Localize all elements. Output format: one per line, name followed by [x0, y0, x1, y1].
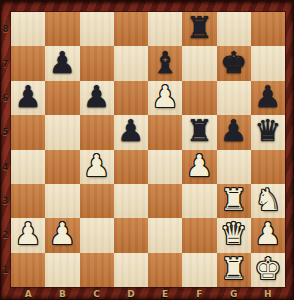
piece-black-pawn[interactable]: ♟	[15, 82, 42, 112]
square-a1[interactable]	[11, 253, 45, 287]
file-label-h: H	[251, 287, 285, 300]
square-f1[interactable]	[182, 253, 216, 287]
square-g8[interactable]	[217, 12, 251, 46]
file-label-d: D	[114, 287, 148, 300]
piece-black-pawn[interactable]: ♟	[83, 82, 110, 112]
square-b3[interactable]	[45, 184, 79, 218]
file-label-e: E	[148, 287, 182, 300]
square-g7[interactable]: ♚	[217, 46, 251, 80]
square-f6[interactable]	[182, 81, 216, 115]
square-e4[interactable]	[148, 150, 182, 184]
piece-white-pawn[interactable]: ♟	[186, 151, 213, 181]
square-d3[interactable]	[114, 184, 148, 218]
square-e3[interactable]	[148, 184, 182, 218]
square-d6[interactable]	[114, 81, 148, 115]
square-f4[interactable]: ♟	[182, 150, 216, 184]
board-grid: ♜♟♝♚♟♟♟♟♟♜♟♛♟♟♜♞♟♟♛♟♜♚	[11, 12, 285, 287]
square-e7[interactable]: ♝	[148, 46, 182, 80]
piece-white-knight[interactable]: ♞	[254, 185, 281, 215]
square-c1[interactable]	[80, 253, 114, 287]
square-d8[interactable]	[114, 12, 148, 46]
square-c5[interactable]	[80, 115, 114, 149]
square-g1[interactable]: ♜	[217, 253, 251, 287]
square-g6[interactable]	[217, 81, 251, 115]
file-label-a: A	[11, 287, 45, 300]
square-c6[interactable]: ♟	[80, 81, 114, 115]
file-labels: ABCDEFGH	[11, 287, 285, 300]
square-f2[interactable]	[182, 218, 216, 252]
square-a8[interactable]	[11, 12, 45, 46]
piece-black-pawn[interactable]: ♟	[254, 82, 281, 112]
square-c3[interactable]	[80, 184, 114, 218]
square-e5[interactable]	[148, 115, 182, 149]
file-label-c: C	[80, 287, 114, 300]
square-a6[interactable]: ♟	[11, 81, 45, 115]
piece-white-rook[interactable]: ♜	[220, 254, 247, 284]
piece-black-pawn[interactable]: ♟	[49, 48, 76, 78]
square-a5[interactable]	[11, 115, 45, 149]
square-a4[interactable]	[11, 150, 45, 184]
square-d4[interactable]	[114, 150, 148, 184]
rank-label-1: 1	[0, 253, 11, 287]
square-b4[interactable]	[45, 150, 79, 184]
piece-black-king[interactable]: ♚	[220, 48, 247, 78]
square-e8[interactable]	[148, 12, 182, 46]
piece-white-pawn[interactable]: ♟	[49, 219, 76, 249]
piece-white-pawn[interactable]: ♟	[254, 219, 281, 249]
square-c4[interactable]: ♟	[80, 150, 114, 184]
file-label-b: B	[45, 287, 79, 300]
piece-black-bishop[interactable]: ♝	[152, 48, 179, 78]
square-h2[interactable]: ♟	[251, 218, 285, 252]
square-b2[interactable]: ♟	[45, 218, 79, 252]
square-b8[interactable]	[45, 12, 79, 46]
square-h1[interactable]: ♚	[251, 253, 285, 287]
square-b1[interactable]	[45, 253, 79, 287]
piece-black-pawn[interactable]: ♟	[220, 116, 247, 146]
square-h5[interactable]: ♛	[251, 115, 285, 149]
square-e1[interactable]	[148, 253, 182, 287]
rank-label-5: 5	[0, 115, 11, 149]
square-h7[interactable]	[251, 46, 285, 80]
square-g3[interactable]: ♜	[217, 184, 251, 218]
square-a2[interactable]: ♟	[11, 218, 45, 252]
square-g2[interactable]: ♛	[217, 218, 251, 252]
square-b6[interactable]	[45, 81, 79, 115]
square-f3[interactable]	[182, 184, 216, 218]
square-c2[interactable]	[80, 218, 114, 252]
chess-diagram: 87654321 ♜♟♝♚♟♟♟♟♟♜♟♛♟♟♜♞♟♟♛♟♜♚ ABCDEFGH	[0, 0, 294, 300]
square-a3[interactable]	[11, 184, 45, 218]
square-h4[interactable]	[251, 150, 285, 184]
square-d5[interactable]: ♟	[114, 115, 148, 149]
piece-white-pawn[interactable]: ♟	[152, 82, 179, 112]
piece-black-rook[interactable]: ♜	[186, 13, 213, 43]
square-b5[interactable]	[45, 115, 79, 149]
square-f5[interactable]: ♜	[182, 115, 216, 149]
piece-white-rook[interactable]: ♜	[220, 185, 247, 215]
piece-white-pawn[interactable]: ♟	[83, 151, 110, 181]
square-c8[interactable]	[80, 12, 114, 46]
square-h3[interactable]: ♞	[251, 184, 285, 218]
square-h8[interactable]	[251, 12, 285, 46]
square-h6[interactable]: ♟	[251, 81, 285, 115]
square-c7[interactable]	[80, 46, 114, 80]
rank-label-7: 7	[0, 46, 11, 80]
square-f7[interactable]	[182, 46, 216, 80]
piece-white-queen[interactable]: ♛	[220, 219, 247, 249]
square-g4[interactable]	[217, 150, 251, 184]
piece-black-queen[interactable]: ♛	[254, 116, 281, 146]
piece-black-rook[interactable]: ♜	[186, 116, 213, 146]
rank-label-2: 2	[0, 218, 11, 252]
rank-label-3: 3	[0, 184, 11, 218]
rank-label-4: 4	[0, 150, 11, 184]
piece-black-pawn[interactable]: ♟	[117, 116, 144, 146]
piece-white-king[interactable]: ♚	[254, 254, 281, 284]
square-e6[interactable]: ♟	[148, 81, 182, 115]
square-d1[interactable]	[114, 253, 148, 287]
rank-label-6: 6	[0, 81, 11, 115]
square-b7[interactable]: ♟	[45, 46, 79, 80]
piece-white-pawn[interactable]: ♟	[15, 219, 42, 249]
square-a7[interactable]	[11, 46, 45, 80]
file-label-g: G	[217, 287, 251, 300]
square-f8[interactable]: ♜	[182, 12, 216, 46]
square-e2[interactable]	[148, 218, 182, 252]
file-label-f: F	[182, 287, 216, 300]
rank-label-8: 8	[0, 12, 11, 46]
square-g5[interactable]: ♟	[217, 115, 251, 149]
square-d2[interactable]	[114, 218, 148, 252]
rank-labels: 87654321	[0, 12, 11, 287]
square-d7[interactable]	[114, 46, 148, 80]
